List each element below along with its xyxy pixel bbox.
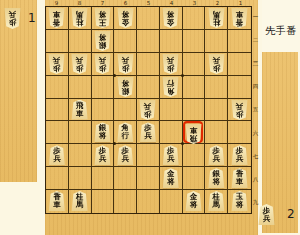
rank-label: 六 [252, 122, 259, 145]
piece-gote-pawn[interactable]: 歩兵 [162, 54, 179, 74]
piece-kanji: 兵 [121, 155, 129, 163]
board-cell-7六[interactable]: 銀将 [92, 121, 115, 144]
board-cell-5二[interactable] [137, 30, 160, 53]
piece-gote-pawn[interactable]: 歩兵 [71, 54, 88, 74]
rank-label: 八 [252, 168, 259, 191]
piece-gote-pawn[interactable]: 歩兵 [117, 54, 134, 74]
board-cell-3一[interactable] [183, 7, 206, 30]
piece-gote-gold[interactable]: 金将 [117, 8, 134, 28]
board-cell-1一[interactable]: 香車 [228, 7, 251, 30]
board-cell-8三[interactable]: 歩兵 [69, 53, 92, 76]
piece-sente-bishop[interactable]: 角行 [117, 122, 134, 142]
board-cell-3六[interactable]: 飛車 [183, 121, 206, 144]
piece-kanji: 将 [190, 201, 198, 209]
board-cell-6三[interactable]: 歩兵 [114, 53, 137, 76]
piece-kanji: 銀 [99, 41, 107, 49]
board-cell-9二[interactable] [46, 30, 69, 53]
board-cell-1六[interactable] [228, 121, 251, 144]
board-cell-7一[interactable]: 王将 [92, 7, 115, 30]
piece-sente-pawn[interactable]: 歩兵 [94, 145, 111, 165]
piece-kanji: 兵 [213, 56, 221, 64]
star-point [181, 74, 184, 77]
board-cell-7三[interactable]: 歩兵 [92, 53, 115, 76]
piece-kanji: 将 [99, 10, 107, 18]
board-cell-6七[interactable]: 歩兵 [114, 144, 137, 167]
board-cell-4八[interactable]: 金将 [160, 167, 183, 190]
board-cell-9五[interactable] [46, 99, 69, 122]
piece-kanji: 将 [167, 178, 175, 186]
piece-kanji: 馬 [213, 10, 221, 18]
piece-kanji: 歩 [9, 19, 17, 27]
board-cell-5一[interactable] [137, 7, 160, 30]
board-cell-1二[interactable] [228, 30, 251, 53]
board-cell-8五[interactable]: 飛車 [69, 99, 92, 122]
board-cell-6二[interactable] [114, 30, 137, 53]
piece-kanji: 王 [99, 18, 107, 26]
piece-kanji: 将 [236, 201, 244, 209]
piece-kanji: 将 [121, 10, 129, 18]
board-cell-9八[interactable] [46, 167, 69, 190]
piece-kanji: 香 [53, 18, 61, 26]
board-cell-7五[interactable] [92, 99, 115, 122]
board-cell-8八[interactable] [69, 167, 92, 190]
board-grid: 香車桂馬王将金将金将桂馬香車銀将歩兵歩兵歩兵歩兵歩兵歩兵銀将角行飛車歩兵歩兵銀将… [46, 7, 251, 213]
board-cell-6八[interactable] [114, 167, 137, 190]
board-cell-4一[interactable]: 金将 [160, 7, 183, 30]
piece-kanji: 兵 [213, 155, 221, 163]
piece-sente-silver[interactable]: 銀将 [94, 122, 111, 142]
piece-gote-knight[interactable]: 桂馬 [208, 8, 225, 28]
piece-kanji: 金 [167, 18, 175, 26]
board-cell-1八[interactable]: 香車 [228, 167, 251, 190]
piece-gote-pawn[interactable]: 歩兵 [48, 54, 65, 74]
board-cell-3八[interactable] [183, 167, 206, 190]
board-cell-3二[interactable] [183, 30, 206, 53]
piece-sente-king[interactable]: 玉将 [231, 191, 248, 211]
piece-kanji: 兵 [121, 56, 129, 64]
piece-sente-knight[interactable]: 桂馬 [208, 191, 225, 211]
board-cell-8七[interactable] [69, 144, 92, 167]
board-cell-2一[interactable]: 桂馬 [205, 7, 228, 30]
board-cell-9九[interactable]: 香車 [46, 190, 69, 213]
board-cell-4四[interactable]: 角行 [160, 76, 183, 99]
rank-label: 一 [252, 6, 259, 29]
piece-kanji: 飛 [189, 134, 197, 142]
piece-kanji: 車 [189, 126, 197, 134]
piece-gote-pawn[interactable]: 歩兵 [208, 54, 225, 74]
board-cell-6四[interactable]: 銀将 [114, 76, 137, 99]
board-cell-4三[interactable]: 歩兵 [160, 53, 183, 76]
piece-kanji: 車 [76, 110, 84, 118]
board-cell-8六[interactable] [69, 121, 92, 144]
piece-kanji: 馬 [76, 201, 84, 209]
piece-sente-pawn[interactable]: 歩兵 [48, 145, 65, 165]
gote-hand-piece[interactable]: 歩兵 [4, 8, 21, 30]
piece-kanji: 車 [53, 10, 61, 18]
sente-hand-piece[interactable]: 歩兵 [258, 204, 275, 226]
piece-kanji: 行 [167, 79, 175, 87]
shogi-app: 先手番 987654321 一二三四五六七八九 香車桂馬王将金将金将桂馬香車銀将… [0, 0, 300, 235]
board-cell-7九[interactable] [92, 190, 115, 213]
star-point [113, 74, 116, 77]
rank-labels: 一二三四五六七八九 [252, 6, 259, 214]
piece-gote-rook[interactable]: 飛車 [185, 124, 202, 144]
board-cell-5四[interactable] [137, 76, 160, 99]
piece-gote-silver[interactable]: 銀将 [117, 77, 134, 97]
piece-kanji: 兵 [236, 102, 244, 110]
board-cell-2九[interactable]: 桂馬 [205, 190, 228, 213]
piece-kanji: 馬 [213, 201, 221, 209]
board-cell-5六[interactable]: 歩兵 [137, 121, 160, 144]
piece-sente-lance[interactable]: 香車 [48, 191, 65, 211]
rank-label: 七 [252, 145, 259, 168]
piece-gote-bishop[interactable]: 角行 [162, 77, 179, 97]
board-cell-5五[interactable]: 歩兵 [137, 99, 160, 122]
piece-sente-pawn[interactable]: 歩兵 [208, 145, 225, 165]
board-cell-1七[interactable]: 歩兵 [228, 144, 251, 167]
piece-kanji: 将 [99, 132, 107, 140]
rank-label: 五 [252, 98, 259, 121]
board-cell-3三[interactable] [183, 53, 206, 76]
piece-sente-silver[interactable]: 銀将 [208, 168, 225, 188]
board-cell-5八[interactable] [137, 167, 160, 190]
board-cell-1三[interactable] [228, 53, 251, 76]
board-cell-4五[interactable] [160, 99, 183, 122]
piece-kanji: 兵 [144, 132, 152, 140]
piece-sente-pawn[interactable]: 歩兵 [139, 122, 156, 142]
piece-gote-pawn[interactable]: 歩兵 [4, 8, 21, 29]
piece-kanji: 香 [236, 18, 244, 26]
piece-gote-pawn[interactable]: 歩兵 [231, 100, 248, 120]
piece-kanji: 将 [167, 10, 175, 18]
piece-gote-pawn[interactable]: 歩兵 [139, 100, 156, 120]
piece-sente-pawn[interactable]: 歩兵 [117, 145, 134, 165]
board-cell-4九[interactable] [160, 190, 183, 213]
board-cell-4六[interactable] [160, 121, 183, 144]
board-cell-6五[interactable] [114, 99, 137, 122]
piece-kanji: 兵 [53, 155, 61, 163]
piece-kanji: 将 [213, 178, 221, 186]
piece-sente-rook[interactable]: 飛車 [71, 100, 88, 120]
piece-kanji: 車 [236, 178, 244, 186]
piece-kanji: 兵 [9, 11, 17, 19]
piece-sente-gold[interactable]: 金将 [185, 191, 202, 211]
piece-gote-gold[interactable]: 金将 [162, 8, 179, 28]
board-cell-6六[interactable]: 角行 [114, 121, 137, 144]
board-cell-9六[interactable] [46, 121, 69, 144]
board-cell-5七[interactable] [137, 144, 160, 167]
piece-gote-silver[interactable]: 銀将 [94, 31, 111, 51]
board-cell-7四[interactable] [92, 76, 115, 99]
piece-kanji: 兵 [167, 56, 175, 64]
board-cell-1五[interactable]: 歩兵 [228, 99, 251, 122]
board-cell-2八[interactable]: 銀将 [205, 167, 228, 190]
board-cell-3五[interactable] [183, 99, 206, 122]
board-cell-2五[interactable] [205, 99, 228, 122]
piece-kanji: 兵 [53, 56, 61, 64]
board-cell-9一[interactable]: 香車 [46, 7, 69, 30]
piece-kanji: 将 [121, 79, 129, 87]
piece-kanji: 兵 [99, 155, 107, 163]
rank-label: 四 [252, 75, 259, 98]
board-cell-2七[interactable]: 歩兵 [205, 144, 228, 167]
board-cell-1九[interactable]: 玉将 [228, 190, 251, 213]
rank-label: 二 [252, 29, 259, 52]
board-cell-5九[interactable] [137, 190, 160, 213]
piece-kanji: 将 [99, 33, 107, 41]
star-point [113, 142, 116, 145]
board-cell-3四[interactable] [183, 76, 206, 99]
piece-sente-knight[interactable]: 桂馬 [71, 191, 88, 211]
piece-sente-gold[interactable]: 金将 [162, 168, 179, 188]
board-cell-7八[interactable] [92, 167, 115, 190]
piece-kanji: 兵 [263, 215, 271, 223]
board-cell-8二[interactable] [69, 30, 92, 53]
turn-panel: 先手番 [262, 0, 300, 52]
board-cell-9四[interactable] [46, 76, 69, 99]
board-cell-5三[interactable] [137, 53, 160, 76]
piece-gote-knight[interactable]: 桂馬 [71, 8, 88, 28]
piece-kanji: 兵 [144, 102, 152, 110]
rank-label: 三 [252, 52, 259, 75]
board-cell-2六[interactable] [205, 121, 228, 144]
piece-kanji: 兵 [76, 56, 84, 64]
piece-kanji: 車 [236, 10, 244, 18]
piece-sente-pawn[interactable]: 歩兵 [231, 145, 248, 165]
piece-gote-pawn[interactable]: 歩兵 [94, 54, 111, 74]
board-cell-2四[interactable] [205, 76, 228, 99]
sente-hand-count: 2 [287, 207, 295, 221]
board-cell-9七[interactable]: 歩兵 [46, 144, 69, 167]
piece-kanji: 兵 [167, 155, 175, 163]
piece-gote-lance[interactable]: 香車 [48, 8, 65, 28]
piece-gote-lance[interactable]: 香車 [231, 8, 248, 28]
piece-gote-king[interactable]: 王将 [94, 8, 111, 28]
piece-sente-pawn[interactable]: 歩兵 [258, 204, 275, 225]
board-cell-3九[interactable]: 金将 [183, 190, 206, 213]
piece-kanji: 兵 [99, 56, 107, 64]
board-cell-6九[interactable] [114, 190, 137, 213]
board-cell-8九[interactable]: 桂馬 [69, 190, 92, 213]
board-cell-4二[interactable] [160, 30, 183, 53]
board-cell-2三[interactable]: 歩兵 [205, 53, 228, 76]
board-cell-1四[interactable] [228, 76, 251, 99]
board-cell-4七[interactable]: 歩兵 [160, 144, 183, 167]
piece-kanji: 金 [121, 18, 129, 26]
piece-sente-lance[interactable]: 香車 [231, 168, 248, 188]
piece-kanji: 馬 [76, 10, 84, 18]
board-cell-8四[interactable] [69, 76, 92, 99]
star-point [181, 142, 184, 145]
board-cell-7七[interactable]: 歩兵 [92, 144, 115, 167]
piece-kanji: 行 [121, 132, 129, 140]
shogi-board: 香車桂馬王将金将金将桂馬香車銀将歩兵歩兵歩兵歩兵歩兵歩兵銀将角行飛車歩兵歩兵銀将… [45, 6, 252, 214]
board-cell-7二[interactable]: 銀将 [92, 30, 115, 53]
piece-kanji: 車 [53, 201, 61, 209]
board-cell-9三[interactable]: 歩兵 [46, 53, 69, 76]
piece-kanji: 兵 [236, 155, 244, 163]
piece-sente-pawn[interactable]: 歩兵 [162, 145, 179, 165]
turn-indicator: 先手番 [264, 24, 298, 38]
board-cell-6一[interactable]: 金将 [114, 7, 137, 30]
last-move-highlight: 飛車 [183, 121, 204, 143]
piece-kanji: 桂 [76, 18, 84, 26]
piece-kanji: 桂 [213, 18, 221, 26]
board-cell-3七[interactable] [183, 144, 206, 167]
board-cell-8一[interactable]: 桂馬 [69, 7, 92, 30]
board-cell-2二[interactable] [205, 30, 228, 53]
gote-hand-count: 1 [28, 11, 36, 25]
